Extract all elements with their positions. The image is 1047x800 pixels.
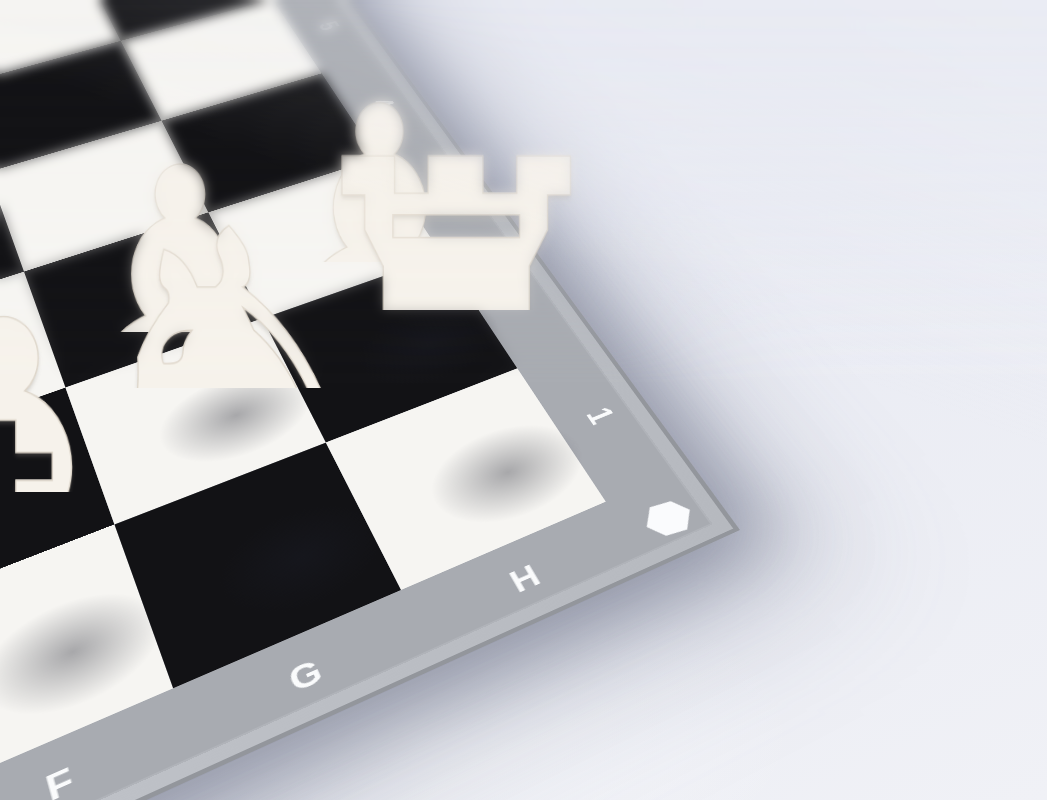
chess-board: ♟♟♝♞♜ ABCDEFGH 12345678 (0, 0, 740, 800)
board-squares: ♟♟♝♞♜ (0, 0, 606, 800)
photo-background: ♟♟♝♞♜ ABCDEFGH 12345678 (0, 0, 1047, 800)
square-f1[interactable]: ♝ (0, 524, 173, 798)
